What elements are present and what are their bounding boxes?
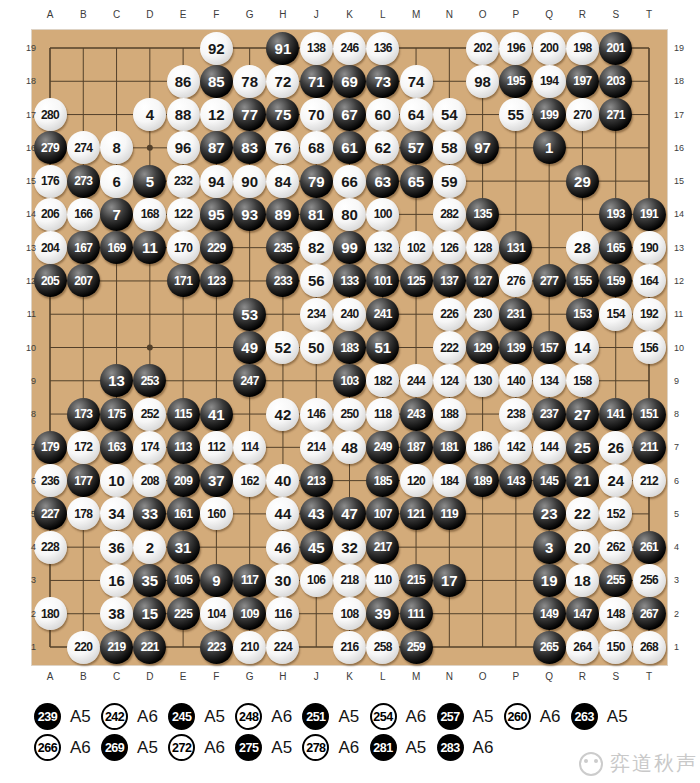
row-label-left-8: 8	[14, 408, 36, 420]
ko-move-point-254: A6	[406, 707, 427, 727]
row-label-left-1: 1	[14, 641, 36, 653]
stone-S8: 141	[599, 398, 632, 431]
row-label-left-13: 13	[14, 242, 36, 254]
stone-K13: 99	[333, 231, 366, 264]
brand-logo: 弈道秋声	[579, 750, 698, 777]
stone-Q19: 200	[533, 32, 566, 65]
hoshi-point	[147, 145, 153, 151]
ko-move-239: 239A5	[34, 703, 91, 730]
stone-C3: 16	[100, 564, 133, 597]
stone-M2: 111	[400, 597, 433, 630]
stone-L11: 241	[366, 298, 399, 331]
ko-move-263: 263A5	[571, 703, 628, 730]
ko-move-point-272: A6	[204, 738, 225, 758]
stone-O7: 186	[466, 431, 499, 464]
stone-E15: 232	[167, 165, 200, 198]
stone-Q3: 19	[533, 564, 566, 597]
row-label-right-19: 19	[674, 42, 696, 54]
col-label-bottom-S: S	[605, 671, 627, 682]
stone-N13: 126	[433, 231, 466, 264]
stone-D8: 252	[133, 398, 166, 431]
ko-move-point-251: A5	[338, 707, 359, 727]
stone-N5: 119	[433, 497, 466, 530]
stone-G1: 210	[233, 631, 266, 664]
col-label-bottom-F: F	[205, 671, 227, 682]
stone-M1: 259	[400, 631, 433, 664]
stone-G14: 93	[233, 198, 266, 231]
stone-K11: 240	[333, 298, 366, 331]
stone-F15: 94	[200, 165, 233, 198]
brand-logo-text: 弈道秋声	[610, 750, 698, 777]
stone-Q7: 144	[533, 431, 566, 464]
stone-P11: 231	[499, 298, 532, 331]
stone-D7: 174	[133, 431, 166, 464]
col-label-top-A: A	[39, 9, 61, 20]
stone-R6: 21	[566, 464, 599, 497]
row-label-right-1: 1	[674, 641, 696, 653]
ko-move-254: 254A6	[370, 703, 427, 730]
stone-F8: 41	[200, 398, 233, 431]
row-label-left-17: 17	[14, 109, 36, 121]
stone-M9: 244	[400, 364, 433, 397]
stone-F19: 92	[200, 32, 233, 65]
stone-F2: 104	[200, 597, 233, 630]
stone-F6: 37	[200, 464, 233, 497]
col-label-bottom-K: K	[339, 671, 361, 682]
stone-M15: 65	[400, 165, 433, 198]
stone-Q4: 3	[533, 531, 566, 564]
stone-B16: 274	[67, 131, 100, 164]
stone-H1: 224	[266, 631, 299, 664]
stone-B6: 177	[67, 464, 100, 497]
stone-J7: 214	[300, 431, 333, 464]
col-label-bottom-M: M	[405, 671, 427, 682]
stone-Q1: 265	[533, 631, 566, 664]
stone-D1: 221	[133, 631, 166, 664]
stone-F3: 9	[200, 564, 233, 597]
col-label-top-E: E	[172, 9, 194, 20]
stone-A17: 280	[34, 98, 67, 131]
stone-L18: 73	[366, 65, 399, 98]
row-label-right-12: 12	[674, 275, 696, 287]
stone-F18: 85	[200, 65, 233, 98]
ko-move-stone-266: 266	[34, 734, 61, 761]
ko-move-stone-278: 278	[302, 734, 329, 761]
row-label-right-14: 14	[674, 208, 696, 220]
stone-O6: 189	[466, 464, 499, 497]
stone-E16: 96	[167, 131, 200, 164]
stone-T7: 211	[633, 431, 666, 464]
stone-N11: 226	[433, 298, 466, 331]
ko-move-266: 266A6	[34, 734, 91, 761]
row-label-right-15: 15	[674, 175, 696, 187]
stone-E17: 88	[167, 98, 200, 131]
stone-S18: 203	[599, 65, 632, 98]
stone-A2: 180	[34, 597, 67, 630]
row-label-right-7: 7	[674, 441, 696, 453]
ko-move-point-260: A6	[540, 707, 561, 727]
stone-L8: 118	[366, 398, 399, 431]
stone-B8: 173	[67, 398, 100, 431]
stone-R19: 198	[566, 32, 599, 65]
row-label-right-6: 6	[674, 475, 696, 487]
stone-Q5: 23	[533, 497, 566, 530]
row-label-right-10: 10	[674, 342, 696, 354]
row-label-right-5: 5	[674, 508, 696, 520]
stone-T14: 191	[633, 198, 666, 231]
stone-B1: 220	[67, 631, 100, 664]
stone-B15: 273	[67, 165, 100, 198]
stone-S7: 26	[599, 431, 632, 464]
stone-B12: 207	[67, 264, 100, 297]
stone-E14: 122	[167, 198, 200, 231]
stone-E7: 113	[167, 431, 200, 464]
stone-K10: 183	[333, 331, 366, 364]
ko-move-stone-281: 281	[370, 734, 397, 761]
stone-G10: 49	[233, 331, 266, 364]
stone-J17: 70	[300, 98, 333, 131]
stone-B5: 178	[67, 497, 100, 530]
stone-J12: 56	[300, 264, 333, 297]
stone-S4: 262	[599, 531, 632, 564]
row-label-left-10: 10	[14, 342, 36, 354]
stone-T3: 256	[633, 564, 666, 597]
stone-B13: 167	[67, 231, 100, 264]
row-label-left-9: 9	[14, 375, 36, 387]
ko-move-283: 283A6	[437, 734, 494, 761]
stone-J13: 82	[300, 231, 333, 264]
stone-A7: 179	[34, 431, 67, 464]
ko-move-251: 251A5	[302, 703, 359, 730]
stone-T11: 192	[633, 298, 666, 331]
stone-N7: 181	[433, 431, 466, 464]
col-label-top-P: P	[505, 9, 527, 20]
stone-N14: 282	[433, 198, 466, 231]
stone-R4: 20	[566, 531, 599, 564]
stone-Q8: 237	[533, 398, 566, 431]
ko-move-point-242: A6	[137, 707, 158, 727]
stone-R8: 27	[566, 398, 599, 431]
stone-R17: 270	[566, 98, 599, 131]
col-label-top-R: R	[571, 9, 593, 20]
ko-move-stone-272: 272	[168, 734, 195, 761]
row-label-left-18: 18	[14, 75, 36, 87]
stone-D4: 2	[133, 531, 166, 564]
stone-C4: 36	[100, 531, 133, 564]
stone-O10: 129	[466, 331, 499, 364]
stone-R1: 264	[566, 631, 599, 664]
stone-M6: 120	[400, 464, 433, 497]
col-label-bottom-A: A	[39, 671, 61, 682]
stone-F14: 95	[200, 198, 233, 231]
stone-R18: 197	[566, 65, 599, 98]
stone-A6: 236	[34, 464, 67, 497]
col-label-bottom-J: J	[305, 671, 327, 682]
stone-Q12: 277	[533, 264, 566, 297]
col-label-bottom-D: D	[139, 671, 161, 682]
row-label-left-2: 2	[14, 608, 36, 620]
go-face-icon	[579, 752, 603, 776]
row-label-left-15: 15	[14, 175, 36, 187]
stone-E3: 105	[167, 564, 200, 597]
row-label-right-11: 11	[674, 308, 696, 320]
stone-Q2: 149	[533, 597, 566, 630]
row-label-left-3: 3	[14, 574, 36, 586]
ko-move-275: 275A5	[235, 734, 292, 761]
ko-move-stone-245: 245	[168, 703, 195, 730]
col-label-bottom-H: H	[272, 671, 294, 682]
stone-J6: 213	[300, 464, 333, 497]
stone-M13: 102	[400, 231, 433, 264]
stone-L1: 258	[366, 631, 399, 664]
stone-K4: 32	[333, 531, 366, 564]
stone-F13: 229	[200, 231, 233, 264]
col-label-top-G: G	[239, 9, 261, 20]
stone-L14: 100	[366, 198, 399, 231]
stone-E6: 209	[167, 464, 200, 497]
col-label-top-B: B	[72, 9, 94, 20]
kifu-page: 9291138246136202196200198201868578727169…	[0, 0, 700, 783]
stone-R15: 29	[566, 165, 599, 198]
row-label-left-14: 14	[14, 208, 36, 220]
ko-move-point-239: A5	[70, 707, 91, 727]
col-label-top-F: F	[205, 9, 227, 20]
stone-A4: 228	[34, 531, 67, 564]
stone-H18: 72	[266, 65, 299, 98]
stone-E12: 171	[167, 264, 200, 297]
col-label-top-S: S	[605, 9, 627, 20]
stone-G3: 117	[233, 564, 266, 597]
stone-S3: 255	[599, 564, 632, 597]
stone-E13: 170	[167, 231, 200, 264]
stone-F16: 87	[200, 131, 233, 164]
stone-J15: 79	[300, 165, 333, 198]
stone-J5: 43	[300, 497, 333, 530]
stone-A16: 279	[34, 131, 67, 164]
ko-move-point-269: A5	[137, 738, 158, 758]
stone-N6: 184	[433, 464, 466, 497]
stone-L15: 63	[366, 165, 399, 198]
stone-F7: 112	[200, 431, 233, 464]
col-label-bottom-R: R	[571, 671, 593, 682]
row-label-right-2: 2	[674, 608, 696, 620]
col-label-top-H: H	[272, 9, 294, 20]
stone-O19: 202	[466, 32, 499, 65]
col-label-top-Q: Q	[538, 9, 560, 20]
stone-H4: 46	[266, 531, 299, 564]
row-label-right-13: 13	[674, 242, 696, 254]
stone-L3: 110	[366, 564, 399, 597]
stone-G15: 90	[233, 165, 266, 198]
ko-move-point-278: A6	[338, 738, 359, 758]
stone-E18: 86	[167, 65, 200, 98]
stone-T2: 267	[633, 597, 666, 630]
stone-M17: 64	[400, 98, 433, 131]
stone-F17: 12	[200, 98, 233, 131]
row-label-left-19: 19	[14, 42, 36, 54]
row-label-right-18: 18	[674, 75, 696, 87]
col-label-top-J: J	[305, 9, 327, 20]
stone-J18: 71	[300, 65, 333, 98]
stone-A5: 227	[34, 497, 67, 530]
ko-move-stone-248: 248	[235, 703, 262, 730]
col-label-top-N: N	[438, 9, 460, 20]
ko-move-stone-260: 260	[504, 703, 531, 730]
stone-S1: 150	[599, 631, 632, 664]
stone-L4: 217	[366, 531, 399, 564]
ko-move-242: 242A6	[101, 703, 158, 730]
stone-F1: 223	[200, 631, 233, 664]
col-label-bottom-P: P	[505, 671, 527, 682]
stone-K17: 67	[333, 98, 366, 131]
ko-move-point-257: A5	[473, 707, 494, 727]
col-label-top-D: D	[139, 9, 161, 20]
stone-Q10: 157	[533, 331, 566, 364]
stone-R11: 153	[566, 298, 599, 331]
row-label-left-6: 6	[14, 475, 36, 487]
stone-N8: 188	[433, 398, 466, 431]
stone-D15: 5	[133, 165, 166, 198]
stone-O11: 230	[466, 298, 499, 331]
ko-move-stone-263: 263	[571, 703, 598, 730]
ko-move-269: 269A5	[101, 734, 158, 761]
stone-K1: 216	[333, 631, 366, 664]
ko-move-stone-257: 257	[437, 703, 464, 730]
stone-E4: 31	[167, 531, 200, 564]
stone-A13: 204	[34, 231, 67, 264]
col-label-top-L: L	[372, 9, 394, 20]
ko-move-260: 260A6	[504, 703, 561, 730]
ko-move-point-281: A5	[406, 738, 427, 758]
stone-C1: 219	[100, 631, 133, 664]
stone-Q9: 134	[533, 364, 566, 397]
stone-H19: 91	[266, 32, 299, 65]
ko-move-stone-242: 242	[101, 703, 128, 730]
stone-K7: 48	[333, 431, 366, 464]
stone-G17: 77	[233, 98, 266, 131]
hoshi-point	[147, 345, 153, 351]
stone-E5: 161	[167, 497, 200, 530]
stone-B14: 166	[67, 198, 100, 231]
row-label-right-9: 9	[674, 375, 696, 387]
col-label-bottom-O: O	[472, 671, 494, 682]
stone-T12: 164	[633, 264, 666, 297]
ko-move-stone-283: 283	[437, 734, 464, 761]
stone-K19: 246	[333, 32, 366, 65]
row-label-right-17: 17	[674, 109, 696, 121]
stone-R7: 25	[566, 431, 599, 464]
stone-J19: 138	[300, 32, 333, 65]
stone-R3: 18	[566, 564, 599, 597]
col-label-bottom-C: C	[106, 671, 128, 682]
stone-P18: 195	[499, 65, 532, 98]
row-label-left-7: 7	[14, 441, 36, 453]
row-label-left-16: 16	[14, 142, 36, 154]
stone-J8: 146	[300, 398, 333, 431]
ko-move-point-263: A5	[607, 707, 628, 727]
stone-T4: 261	[633, 531, 666, 564]
ko-move-281: 281A5	[370, 734, 427, 761]
row-label-left-11: 11	[14, 308, 36, 320]
ko-move-245: 245A5	[168, 703, 225, 730]
ko-move-stone-275: 275	[235, 734, 262, 761]
stone-O18: 98	[466, 65, 499, 98]
stone-R13: 28	[566, 231, 599, 264]
col-label-top-O: O	[472, 9, 494, 20]
stone-N16: 58	[433, 131, 466, 164]
ko-move-257: 257A5	[437, 703, 494, 730]
col-label-top-M: M	[405, 9, 427, 20]
stone-T10: 156	[633, 331, 666, 364]
stone-N10: 222	[433, 331, 466, 364]
stone-R10: 14	[566, 331, 599, 364]
row-label-right-16: 16	[674, 142, 696, 154]
row-label-right-3: 3	[674, 574, 696, 586]
stone-M18: 74	[400, 65, 433, 98]
stone-C8: 175	[100, 398, 133, 431]
col-label-top-T: T	[638, 9, 660, 20]
col-label-bottom-E: E	[172, 671, 194, 682]
row-label-left-12: 12	[14, 275, 36, 287]
row-label-right-8: 8	[674, 408, 696, 420]
col-label-bottom-Q: Q	[538, 671, 560, 682]
stone-N17: 54	[433, 98, 466, 131]
stone-L7: 249	[366, 431, 399, 464]
stone-A14: 206	[34, 198, 67, 231]
stone-M16: 57	[400, 131, 433, 164]
stone-N15: 59	[433, 165, 466, 198]
stone-J3: 106	[300, 564, 333, 597]
stone-C7: 163	[100, 431, 133, 464]
col-label-bottom-B: B	[72, 671, 94, 682]
stone-P19: 196	[499, 32, 532, 65]
stone-N9: 124	[433, 364, 466, 397]
stone-E8: 115	[167, 398, 200, 431]
stone-B7: 172	[67, 431, 100, 464]
col-label-top-C: C	[106, 9, 128, 20]
ko-move-point-283: A6	[473, 738, 494, 758]
stone-G18: 78	[233, 65, 266, 98]
stone-S19: 201	[599, 32, 632, 65]
ko-move-point-248: A6	[271, 707, 292, 727]
stone-O14: 135	[466, 198, 499, 231]
stone-A12: 205	[34, 264, 67, 297]
stone-J11: 234	[300, 298, 333, 331]
stone-T6: 212	[633, 464, 666, 497]
stone-C15: 6	[100, 165, 133, 198]
ko-move-278: 278A6	[302, 734, 359, 761]
stone-K15: 66	[333, 165, 366, 198]
go-board[interactable]: 9291138246136202196200198201868578727169…	[32, 30, 667, 665]
col-label-bottom-L: L	[372, 671, 394, 682]
stone-K8: 250	[333, 398, 366, 431]
stone-T1: 268	[633, 631, 666, 664]
stone-P8: 238	[499, 398, 532, 431]
col-label-bottom-N: N	[438, 671, 460, 682]
col-label-bottom-T: T	[638, 671, 660, 682]
ko-move-stone-254: 254	[370, 703, 397, 730]
stone-Q16: 1	[533, 131, 566, 164]
stone-T13: 190	[633, 231, 666, 264]
col-label-top-K: K	[339, 9, 361, 20]
stone-J10: 50	[300, 331, 333, 364]
stone-D14: 168	[133, 198, 166, 231]
ko-move-stone-239: 239	[34, 703, 61, 730]
stone-M8: 243	[400, 398, 433, 431]
row-label-right-4: 4	[674, 541, 696, 553]
stone-C14: 7	[100, 198, 133, 231]
stone-H15: 84	[266, 165, 299, 198]
